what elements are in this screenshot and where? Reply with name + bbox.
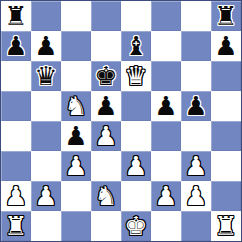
square-h4[interactable] <box>211 121 241 151</box>
piece-black-pawn[interactable]: ♟ <box>154 91 177 121</box>
square-b2[interactable]: ♟ <box>31 181 61 211</box>
piece-white-pawn[interactable]: ♟ <box>94 121 117 151</box>
square-b3[interactable] <box>31 151 61 181</box>
square-d4[interactable]: ♟ <box>91 121 121 151</box>
square-c7[interactable] <box>61 31 91 61</box>
piece-white-rook[interactable]: ♜ <box>4 211 27 241</box>
square-g2[interactable]: ♟ <box>181 181 211 211</box>
square-d8[interactable] <box>91 1 121 31</box>
square-d5[interactable]: ♟ <box>91 91 121 121</box>
piece-black-pawn[interactable]: ♟ <box>34 31 57 61</box>
square-b1[interactable] <box>31 211 61 241</box>
piece-black-pawn[interactable]: ♟ <box>184 91 207 121</box>
piece-white-rook[interactable]: ♜ <box>214 211 237 241</box>
piece-white-knight[interactable]: ♞ <box>94 181 117 211</box>
square-e3[interactable]: ♟ <box>121 151 151 181</box>
chess-board-grid: ♜♜♟♟♝♟♛♚♛♞♟♟♟♟♟♟♟♟♟♟♞♟♟♜♚♜ <box>1 1 241 241</box>
piece-black-pawn[interactable]: ♟ <box>4 31 27 61</box>
square-c1[interactable] <box>61 211 91 241</box>
square-b5[interactable] <box>31 91 61 121</box>
square-f4[interactable] <box>151 121 181 151</box>
square-a3[interactable] <box>1 151 31 181</box>
square-g6[interactable] <box>181 61 211 91</box>
square-d1[interactable] <box>91 211 121 241</box>
piece-black-rook[interactable]: ♜ <box>4 1 27 31</box>
square-h7[interactable]: ♟ <box>211 31 241 61</box>
square-e5[interactable] <box>121 91 151 121</box>
square-a2[interactable]: ♟ <box>1 181 31 211</box>
square-h3[interactable] <box>211 151 241 181</box>
piece-black-king[interactable]: ♚ <box>94 61 117 91</box>
square-e8[interactable] <box>121 1 151 31</box>
square-e2[interactable] <box>121 181 151 211</box>
square-c4[interactable]: ♟ <box>61 121 91 151</box>
square-h5[interactable] <box>211 91 241 121</box>
square-d3[interactable] <box>91 151 121 181</box>
piece-white-pawn[interactable]: ♟ <box>34 181 57 211</box>
piece-black-pawn[interactable]: ♟ <box>214 31 237 61</box>
square-e1[interactable]: ♚ <box>121 211 151 241</box>
square-a6[interactable] <box>1 61 31 91</box>
square-a8[interactable]: ♜ <box>1 1 31 31</box>
square-e4[interactable] <box>121 121 151 151</box>
square-a4[interactable] <box>1 121 31 151</box>
square-f5[interactable]: ♟ <box>151 91 181 121</box>
square-g5[interactable]: ♟ <box>181 91 211 121</box>
square-f8[interactable] <box>151 1 181 31</box>
square-h1[interactable]: ♜ <box>211 211 241 241</box>
square-c5[interactable]: ♞ <box>61 91 91 121</box>
piece-black-pawn[interactable]: ♟ <box>94 91 117 121</box>
square-g4[interactable] <box>181 121 211 151</box>
square-g1[interactable] <box>181 211 211 241</box>
square-a1[interactable]: ♜ <box>1 211 31 241</box>
piece-white-pawn[interactable]: ♟ <box>154 181 177 211</box>
square-c8[interactable] <box>61 1 91 31</box>
square-e7[interactable]: ♝ <box>121 31 151 61</box>
piece-black-bishop[interactable]: ♝ <box>124 31 147 61</box>
square-c2[interactable] <box>61 181 91 211</box>
square-g7[interactable] <box>181 31 211 61</box>
square-b6[interactable]: ♛ <box>31 61 61 91</box>
square-f7[interactable] <box>151 31 181 61</box>
square-b4[interactable] <box>31 121 61 151</box>
square-e6[interactable]: ♛ <box>121 61 151 91</box>
square-a7[interactable]: ♟ <box>1 31 31 61</box>
piece-white-queen[interactable]: ♛ <box>124 61 147 91</box>
square-d2[interactable]: ♞ <box>91 181 121 211</box>
square-c6[interactable] <box>61 61 91 91</box>
piece-white-king[interactable]: ♚ <box>124 211 147 241</box>
piece-white-pawn[interactable]: ♟ <box>4 181 27 211</box>
piece-black-pawn[interactable]: ♟ <box>64 121 87 151</box>
piece-black-rook[interactable]: ♜ <box>214 1 237 31</box>
square-b7[interactable]: ♟ <box>31 31 61 61</box>
square-f3[interactable] <box>151 151 181 181</box>
square-b8[interactable] <box>31 1 61 31</box>
piece-black-queen[interactable]: ♛ <box>34 61 57 91</box>
square-c3[interactable]: ♟ <box>61 151 91 181</box>
square-h8[interactable]: ♜ <box>211 1 241 31</box>
square-d6[interactable]: ♚ <box>91 61 121 91</box>
square-f2[interactable]: ♟ <box>151 181 181 211</box>
piece-white-pawn[interactable]: ♟ <box>184 181 207 211</box>
piece-white-pawn[interactable]: ♟ <box>184 151 207 181</box>
piece-white-knight[interactable]: ♞ <box>64 91 87 121</box>
square-g8[interactable] <box>181 1 211 31</box>
square-h2[interactable] <box>211 181 241 211</box>
piece-white-pawn[interactable]: ♟ <box>64 151 87 181</box>
square-g3[interactable]: ♟ <box>181 151 211 181</box>
square-d7[interactable] <box>91 31 121 61</box>
chess-board: ♜♜♟♟♝♟♛♚♛♞♟♟♟♟♟♟♟♟♟♟♞♟♟♜♚♜ <box>0 0 242 242</box>
piece-white-pawn[interactable]: ♟ <box>124 151 147 181</box>
square-f6[interactable] <box>151 61 181 91</box>
square-f1[interactable] <box>151 211 181 241</box>
square-h6[interactable] <box>211 61 241 91</box>
square-a5[interactable] <box>1 91 31 121</box>
